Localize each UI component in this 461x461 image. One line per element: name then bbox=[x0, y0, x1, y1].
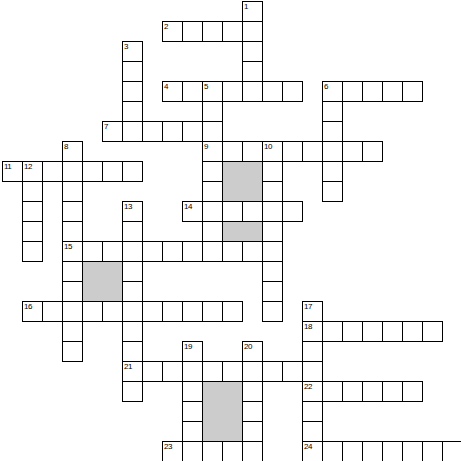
cell[interactable] bbox=[122, 281, 143, 302]
cell[interactable] bbox=[22, 221, 43, 242]
cell[interactable] bbox=[302, 401, 323, 422]
cell[interactable] bbox=[242, 381, 263, 402]
cell[interactable]: 13 bbox=[122, 201, 143, 222]
clue-number: 6 bbox=[324, 82, 328, 91]
cell[interactable] bbox=[362, 141, 383, 162]
cell[interactable] bbox=[142, 121, 163, 142]
clue-number: 3 bbox=[124, 42, 128, 51]
shaded-block bbox=[82, 261, 123, 302]
cell[interactable] bbox=[402, 381, 423, 402]
clue-number: 22 bbox=[304, 382, 312, 391]
cell[interactable] bbox=[122, 121, 143, 142]
cell[interactable] bbox=[122, 381, 143, 402]
cell[interactable] bbox=[242, 201, 263, 222]
cell[interactable] bbox=[222, 301, 243, 322]
shaded-block bbox=[222, 221, 263, 242]
clue-number: 11 bbox=[4, 162, 11, 171]
cell[interactable] bbox=[262, 201, 283, 222]
cell[interactable] bbox=[342, 441, 363, 461]
cell[interactable] bbox=[302, 361, 323, 382]
cell[interactable] bbox=[222, 201, 243, 222]
cell[interactable] bbox=[62, 321, 83, 342]
cell[interactable]: 15 bbox=[62, 241, 83, 262]
cell[interactable] bbox=[122, 301, 143, 322]
cell[interactable] bbox=[182, 361, 203, 382]
shaded-block bbox=[202, 381, 243, 442]
cell[interactable] bbox=[202, 121, 223, 142]
cell[interactable] bbox=[182, 81, 203, 102]
cell[interactable] bbox=[242, 41, 263, 62]
cell[interactable]: 24 bbox=[302, 441, 323, 461]
cell[interactable] bbox=[62, 281, 83, 302]
clue-number: 21 bbox=[124, 362, 132, 371]
cell[interactable] bbox=[242, 21, 263, 42]
cell[interactable] bbox=[102, 301, 123, 322]
cell[interactable] bbox=[182, 381, 203, 402]
cell[interactable] bbox=[62, 161, 83, 182]
cell[interactable] bbox=[402, 441, 423, 461]
clue-number: 18 bbox=[304, 322, 312, 331]
cell[interactable] bbox=[62, 261, 83, 282]
cell[interactable] bbox=[402, 321, 423, 342]
clue-number: 19 bbox=[184, 342, 192, 351]
cell[interactable] bbox=[162, 121, 183, 142]
cell[interactable]: 21 bbox=[122, 361, 143, 382]
cell[interactable]: 23 bbox=[162, 441, 183, 461]
cell[interactable] bbox=[102, 241, 123, 262]
clue-number: 23 bbox=[164, 442, 172, 451]
clue-number: 5 bbox=[204, 82, 208, 91]
cell[interactable] bbox=[242, 441, 263, 461]
cell[interactable] bbox=[282, 361, 303, 382]
cell[interactable]: 14 bbox=[182, 201, 203, 222]
cell[interactable] bbox=[62, 201, 83, 222]
cell[interactable] bbox=[422, 441, 443, 461]
cell[interactable] bbox=[362, 381, 383, 402]
cell[interactable] bbox=[162, 361, 183, 382]
clue-number: 16 bbox=[24, 302, 32, 311]
shaded-block bbox=[222, 161, 263, 202]
cell[interactable] bbox=[402, 81, 423, 102]
cell[interactable] bbox=[222, 361, 243, 382]
cell[interactable] bbox=[142, 361, 163, 382]
cell[interactable] bbox=[62, 301, 83, 322]
cell[interactable] bbox=[322, 161, 343, 182]
cell[interactable] bbox=[242, 421, 263, 442]
cell[interactable] bbox=[202, 301, 223, 322]
cell[interactable] bbox=[242, 61, 263, 82]
cell[interactable] bbox=[342, 321, 363, 342]
cell[interactable] bbox=[262, 241, 283, 262]
cell[interactable]: 9 bbox=[202, 141, 223, 162]
cell[interactable] bbox=[42, 301, 63, 322]
clue-number: 14 bbox=[184, 202, 192, 211]
cell[interactable] bbox=[202, 241, 223, 262]
clue-number: 12 bbox=[24, 162, 32, 171]
cell[interactable] bbox=[82, 161, 103, 182]
cell[interactable] bbox=[242, 81, 263, 102]
cell[interactable] bbox=[182, 421, 203, 442]
crossword-grid: 123456789101112131415161718192021222324 bbox=[0, 0, 461, 461]
cell[interactable] bbox=[142, 301, 163, 322]
cell[interactable] bbox=[202, 101, 223, 122]
cell[interactable] bbox=[262, 261, 283, 282]
cell[interactable]: 4 bbox=[162, 81, 183, 102]
cell[interactable] bbox=[262, 81, 283, 102]
cell[interactable]: 6 bbox=[322, 81, 343, 102]
cell[interactable] bbox=[162, 241, 183, 262]
cell[interactable]: 20 bbox=[242, 341, 263, 362]
cell[interactable] bbox=[322, 381, 343, 402]
cell[interactable] bbox=[202, 181, 223, 202]
clue-number: 13 bbox=[124, 202, 132, 211]
clue-number: 17 bbox=[304, 302, 312, 311]
cell[interactable] bbox=[282, 81, 303, 102]
cell[interactable] bbox=[262, 281, 283, 302]
cell[interactable] bbox=[162, 301, 183, 322]
cell[interactable] bbox=[102, 161, 123, 182]
clue-number: 2 bbox=[164, 22, 168, 31]
clue-number: 1 bbox=[244, 2, 248, 11]
cell[interactable] bbox=[202, 161, 223, 182]
cell[interactable] bbox=[362, 81, 383, 102]
cell[interactable] bbox=[322, 101, 343, 122]
clue-number: 9 bbox=[204, 142, 208, 151]
cell[interactable] bbox=[382, 381, 403, 402]
cell[interactable] bbox=[362, 441, 383, 461]
cell[interactable] bbox=[22, 201, 43, 222]
cell[interactable] bbox=[202, 21, 223, 42]
cell[interactable] bbox=[82, 301, 103, 322]
cell[interactable] bbox=[342, 381, 363, 402]
cell[interactable] bbox=[182, 21, 203, 42]
cell[interactable] bbox=[302, 141, 323, 162]
cell[interactable] bbox=[242, 361, 263, 382]
cell[interactable] bbox=[342, 141, 363, 162]
cell[interactable] bbox=[322, 121, 343, 142]
cell[interactable]: 17 bbox=[302, 301, 323, 322]
cell[interactable] bbox=[182, 301, 203, 322]
cell[interactable]: 7 bbox=[102, 121, 123, 142]
cell[interactable] bbox=[122, 221, 143, 242]
cell[interactable]: 22 bbox=[302, 381, 323, 402]
cell[interactable] bbox=[382, 321, 403, 342]
cell[interactable] bbox=[122, 341, 143, 362]
cell[interactable] bbox=[122, 261, 143, 282]
cell[interactable] bbox=[282, 141, 303, 162]
clue-number: 4 bbox=[164, 82, 168, 91]
cell[interactable]: 3 bbox=[122, 41, 143, 62]
cell[interactable]: 1 bbox=[242, 1, 263, 22]
cell[interactable] bbox=[262, 361, 283, 382]
cell[interactable] bbox=[262, 161, 283, 182]
cell[interactable]: 10 bbox=[262, 141, 283, 162]
cell[interactable] bbox=[142, 241, 163, 262]
cell[interactable] bbox=[182, 441, 203, 461]
cell[interactable] bbox=[442, 441, 461, 461]
cell[interactable] bbox=[302, 421, 323, 442]
cell[interactable] bbox=[122, 321, 143, 342]
cell[interactable] bbox=[22, 181, 43, 202]
clue-number: 24 bbox=[304, 442, 312, 451]
cell[interactable]: 2 bbox=[162, 21, 183, 42]
cell[interactable] bbox=[62, 181, 83, 202]
cell[interactable] bbox=[262, 221, 283, 242]
cell[interactable] bbox=[122, 241, 143, 262]
cell[interactable] bbox=[382, 81, 403, 102]
cell[interactable] bbox=[122, 101, 143, 122]
clue-number: 8 bbox=[64, 142, 68, 151]
cell[interactable] bbox=[242, 141, 263, 162]
cell[interactable] bbox=[362, 321, 383, 342]
cell[interactable] bbox=[202, 361, 223, 382]
cell[interactable] bbox=[282, 201, 303, 222]
cell[interactable] bbox=[122, 161, 143, 182]
cell[interactable] bbox=[182, 241, 203, 262]
cell[interactable] bbox=[122, 61, 143, 82]
cell[interactable] bbox=[62, 221, 83, 242]
cell[interactable] bbox=[202, 201, 223, 222]
cell[interactable] bbox=[322, 141, 343, 162]
cell[interactable] bbox=[262, 181, 283, 202]
cell[interactable] bbox=[382, 441, 403, 461]
cell[interactable] bbox=[222, 81, 243, 102]
cell[interactable]: 16 bbox=[22, 301, 43, 322]
cell[interactable]: 12 bbox=[22, 161, 43, 182]
cell[interactable] bbox=[82, 241, 103, 262]
cell[interactable] bbox=[242, 241, 263, 262]
cell[interactable] bbox=[62, 341, 83, 362]
cell[interactable] bbox=[182, 401, 203, 422]
cell[interactable] bbox=[202, 441, 223, 461]
cell[interactable] bbox=[242, 401, 263, 422]
cell[interactable] bbox=[262, 301, 283, 322]
cell[interactable] bbox=[342, 81, 363, 102]
cell[interactable]: 19 bbox=[182, 341, 203, 362]
cell[interactable] bbox=[202, 221, 223, 242]
cell[interactable]: 18 bbox=[302, 321, 323, 342]
cell[interactable]: 5 bbox=[202, 81, 223, 102]
clue-number: 7 bbox=[104, 122, 108, 131]
cell[interactable]: 11 bbox=[2, 161, 23, 182]
cell[interactable] bbox=[22, 241, 43, 262]
cell[interactable] bbox=[322, 181, 343, 202]
cell[interactable] bbox=[222, 441, 243, 461]
cell[interactable] bbox=[422, 321, 443, 342]
cell[interactable]: 8 bbox=[62, 141, 83, 162]
cell[interactable] bbox=[322, 321, 343, 342]
cell[interactable] bbox=[222, 241, 243, 262]
cell[interactable] bbox=[222, 21, 243, 42]
cell[interactable] bbox=[222, 141, 243, 162]
clue-number: 15 bbox=[64, 242, 72, 251]
cell[interactable] bbox=[322, 441, 343, 461]
clue-number: 20 bbox=[244, 342, 252, 351]
cell[interactable] bbox=[42, 161, 63, 182]
cell[interactable] bbox=[122, 81, 143, 102]
cell[interactable] bbox=[302, 341, 323, 362]
cell[interactable] bbox=[182, 121, 203, 142]
clue-number: 10 bbox=[264, 142, 272, 151]
